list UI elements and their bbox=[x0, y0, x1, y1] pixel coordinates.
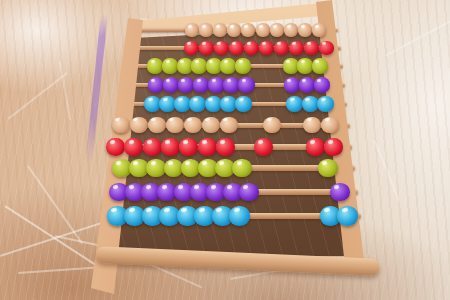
bead-red bbox=[198, 138, 217, 156]
bead-red bbox=[199, 41, 214, 55]
bead-natural bbox=[312, 23, 326, 36]
bead-natural bbox=[270, 23, 284, 36]
bead-green bbox=[220, 58, 236, 73]
bead-natural bbox=[241, 23, 255, 36]
abacus bbox=[0, 0, 450, 300]
bead-red bbox=[161, 138, 180, 156]
bead-purple bbox=[208, 77, 225, 93]
bead-red bbox=[179, 138, 198, 156]
bead-purple bbox=[193, 77, 210, 93]
bead-natural bbox=[148, 117, 166, 134]
bead-natural bbox=[263, 117, 281, 134]
bead-natural bbox=[303, 117, 321, 134]
bead-natural bbox=[213, 23, 227, 36]
bead-green bbox=[235, 58, 251, 73]
bead-natural bbox=[130, 117, 148, 134]
bead-red bbox=[124, 138, 143, 156]
bead-green bbox=[177, 58, 193, 73]
bead-blue bbox=[229, 206, 250, 226]
bead-green bbox=[232, 159, 252, 177]
bead-blue bbox=[235, 96, 252, 112]
bead-red bbox=[106, 138, 125, 156]
bead-red bbox=[143, 138, 162, 156]
bead-red bbox=[324, 138, 343, 156]
bead-red bbox=[254, 138, 273, 156]
bead-natural bbox=[227, 23, 241, 36]
bead-natural bbox=[256, 23, 270, 36]
bead-blue bbox=[337, 206, 358, 226]
bead-natural bbox=[112, 117, 130, 134]
bead-purple bbox=[299, 77, 316, 93]
bead-green bbox=[146, 159, 166, 177]
bead-red bbox=[274, 41, 289, 55]
bead-purple bbox=[239, 183, 259, 202]
bead-red bbox=[306, 138, 325, 156]
bead-green bbox=[147, 58, 163, 73]
bead-red bbox=[216, 138, 235, 156]
bead-natural bbox=[284, 23, 298, 36]
bead-red bbox=[289, 41, 304, 55]
bead-purple bbox=[330, 183, 350, 202]
bead-red bbox=[259, 41, 274, 55]
bead-green bbox=[283, 58, 299, 73]
bead-green bbox=[206, 58, 222, 73]
bead-purple bbox=[223, 77, 240, 93]
bead-green bbox=[191, 58, 207, 73]
bead-blue bbox=[317, 96, 334, 112]
bead-red bbox=[229, 41, 244, 55]
bead-purple bbox=[284, 77, 301, 93]
bead-natural bbox=[321, 117, 339, 134]
bead-green bbox=[297, 58, 313, 73]
bead-purple bbox=[238, 77, 255, 93]
bead-purple bbox=[163, 77, 180, 93]
bead-red bbox=[304, 41, 319, 55]
photo-scene bbox=[0, 0, 450, 300]
bead-purple bbox=[314, 77, 331, 93]
bead-natural bbox=[298, 23, 312, 36]
bead-blue bbox=[189, 96, 206, 112]
bead-red bbox=[244, 41, 259, 55]
bead-red bbox=[184, 41, 199, 55]
bead-green bbox=[312, 58, 328, 73]
bead-green bbox=[318, 159, 338, 177]
bead-natural bbox=[166, 117, 184, 134]
bead-red bbox=[214, 41, 229, 55]
bead-purple bbox=[178, 77, 195, 93]
bead-natural bbox=[185, 23, 199, 36]
bead-natural bbox=[202, 117, 220, 134]
bead-red bbox=[319, 41, 334, 55]
bead-natural bbox=[184, 117, 202, 134]
bead-purple bbox=[148, 77, 165, 93]
bead-blue bbox=[286, 96, 303, 112]
bead-green bbox=[162, 58, 178, 73]
bead-natural bbox=[220, 117, 238, 134]
bead-natural bbox=[199, 23, 213, 36]
